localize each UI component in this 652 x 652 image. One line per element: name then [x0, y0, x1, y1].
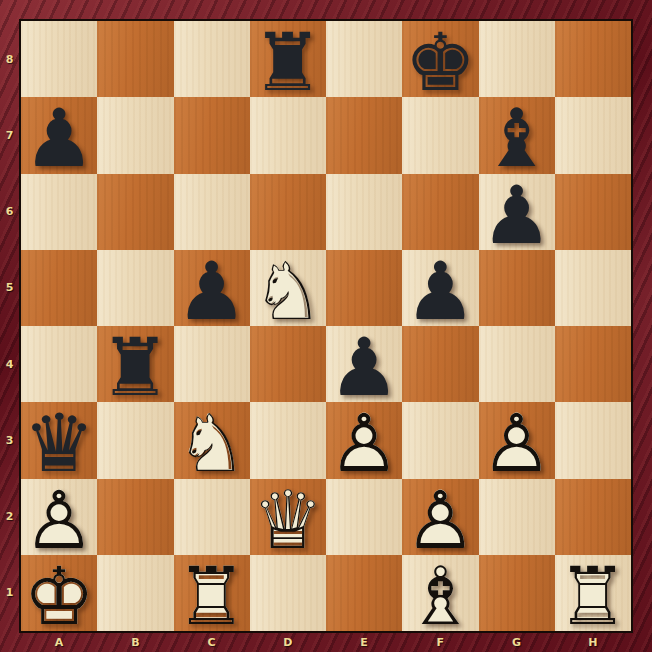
rank-label-8: 8	[0, 21, 19, 97]
black-rook-piece[interactable]: ♜	[97, 326, 173, 402]
square-b6[interactable]	[97, 174, 173, 250]
black-pawn-piece[interactable]: ♟	[479, 174, 555, 250]
square-e6[interactable]	[326, 174, 402, 250]
square-f5[interactable]: ♟	[402, 250, 478, 326]
white-knight-piece[interactable]: ♞♘	[174, 402, 250, 478]
white-pawn-piece[interactable]: ♟♙	[402, 479, 478, 555]
white-queen-piece[interactable]: ♛♕	[250, 479, 326, 555]
black-bishop-piece[interactable]: ♝	[479, 97, 555, 173]
square-f2[interactable]: ♟♙	[402, 479, 478, 555]
white-king-piece[interactable]: ♚♔	[21, 555, 97, 631]
black-pawn-piece[interactable]: ♟	[21, 97, 97, 173]
square-b2[interactable]	[97, 479, 173, 555]
square-d1[interactable]	[250, 555, 326, 631]
square-b4[interactable]: ♜	[97, 326, 173, 402]
square-b5[interactable]	[97, 250, 173, 326]
rank-label-3: 3	[0, 402, 19, 478]
square-b8[interactable]	[97, 21, 173, 97]
square-h1[interactable]: ♜♖	[555, 555, 631, 631]
square-b3[interactable]	[97, 402, 173, 478]
square-b1[interactable]	[97, 555, 173, 631]
square-g1[interactable]	[479, 555, 555, 631]
file-label-g: G	[479, 633, 555, 652]
rank-labels: 87654321	[0, 21, 19, 631]
black-rook-piece[interactable]: ♜	[250, 21, 326, 97]
square-f6[interactable]	[402, 174, 478, 250]
rank-label-2: 2	[0, 479, 19, 555]
white-pawn-piece[interactable]: ♟♙	[326, 402, 402, 478]
black-king-piece[interactable]: ♚	[402, 21, 478, 97]
black-pawn-piece[interactable]: ♟	[402, 250, 478, 326]
square-c6[interactable]	[174, 174, 250, 250]
rank-label-1: 1	[0, 555, 19, 631]
square-c1[interactable]: ♜♖	[174, 555, 250, 631]
square-e1[interactable]	[326, 555, 402, 631]
white-pawn-piece[interactable]: ♟♙	[21, 479, 97, 555]
rank-label-5: 5	[0, 250, 19, 326]
square-f4[interactable]	[402, 326, 478, 402]
white-rook-piece[interactable]: ♜♖	[555, 555, 631, 631]
black-pawn-piece[interactable]: ♟	[174, 250, 250, 326]
square-f8[interactable]: ♚	[402, 21, 478, 97]
file-labels: ABCDEFGH	[21, 633, 631, 652]
square-a8[interactable]	[21, 21, 97, 97]
white-rook-piece[interactable]: ♜♖	[174, 555, 250, 631]
square-d5[interactable]: ♞♘	[250, 250, 326, 326]
rank-label-7: 7	[0, 97, 19, 173]
file-label-h: H	[555, 633, 631, 652]
square-c4[interactable]	[174, 326, 250, 402]
square-d4[interactable]	[250, 326, 326, 402]
square-h2[interactable]	[555, 479, 631, 555]
square-h4[interactable]	[555, 326, 631, 402]
square-h6[interactable]	[555, 174, 631, 250]
rank-label-6: 6	[0, 174, 19, 250]
square-g6[interactable]: ♟	[479, 174, 555, 250]
square-c3[interactable]: ♞♘	[174, 402, 250, 478]
square-e3[interactable]: ♟♙	[326, 402, 402, 478]
board-frame: 87654321 ABCDEFGH ♜♚♟♝♟♟♞♘♟♜♟♛♞♘♟♙♟♙♟♙♛♕…	[0, 0, 652, 652]
file-label-a: A	[21, 633, 97, 652]
rank-label-4: 4	[0, 326, 19, 402]
square-a6[interactable]	[21, 174, 97, 250]
square-e5[interactable]	[326, 250, 402, 326]
file-label-e: E	[326, 633, 402, 652]
square-a4[interactable]	[21, 326, 97, 402]
square-g8[interactable]	[479, 21, 555, 97]
chess-board: ♜♚♟♝♟♟♞♘♟♜♟♛♞♘♟♙♟♙♟♙♛♕♟♙♚♔♜♖♝♗♜♖	[19, 19, 633, 633]
square-g2[interactable]	[479, 479, 555, 555]
square-h8[interactable]	[555, 21, 631, 97]
square-f7[interactable]	[402, 97, 478, 173]
square-d6[interactable]	[250, 174, 326, 250]
square-h3[interactable]	[555, 402, 631, 478]
square-f3[interactable]	[402, 402, 478, 478]
square-g3[interactable]: ♟♙	[479, 402, 555, 478]
square-d2[interactable]: ♛♕	[250, 479, 326, 555]
square-a3[interactable]: ♛	[21, 402, 97, 478]
square-g7[interactable]: ♝	[479, 97, 555, 173]
square-g5[interactable]	[479, 250, 555, 326]
square-e2[interactable]	[326, 479, 402, 555]
square-d8[interactable]: ♜	[250, 21, 326, 97]
black-queen-piece[interactable]: ♛	[21, 402, 97, 478]
square-f1[interactable]: ♝♗	[402, 555, 478, 631]
black-pawn-piece[interactable]: ♟	[326, 326, 402, 402]
square-a5[interactable]	[21, 250, 97, 326]
white-knight-piece[interactable]: ♞♘	[250, 250, 326, 326]
square-c8[interactable]	[174, 21, 250, 97]
square-e7[interactable]	[326, 97, 402, 173]
square-a1[interactable]: ♚♔	[21, 555, 97, 631]
white-bishop-piece[interactable]: ♝♗	[402, 555, 478, 631]
square-c7[interactable]	[174, 97, 250, 173]
file-label-c: C	[174, 633, 250, 652]
file-label-f: F	[402, 633, 478, 652]
square-e8[interactable]	[326, 21, 402, 97]
file-label-d: D	[250, 633, 326, 652]
square-h5[interactable]	[555, 250, 631, 326]
square-a2[interactable]: ♟♙	[21, 479, 97, 555]
square-c5[interactable]: ♟	[174, 250, 250, 326]
square-h7[interactable]	[555, 97, 631, 173]
square-a7[interactable]: ♟	[21, 97, 97, 173]
square-d7[interactable]	[250, 97, 326, 173]
square-d3[interactable]	[250, 402, 326, 478]
file-label-b: B	[97, 633, 173, 652]
square-g4[interactable]	[479, 326, 555, 402]
square-e4[interactable]: ♟	[326, 326, 402, 402]
square-c2[interactable]	[174, 479, 250, 555]
white-pawn-piece[interactable]: ♟♙	[479, 402, 555, 478]
square-b7[interactable]	[97, 97, 173, 173]
